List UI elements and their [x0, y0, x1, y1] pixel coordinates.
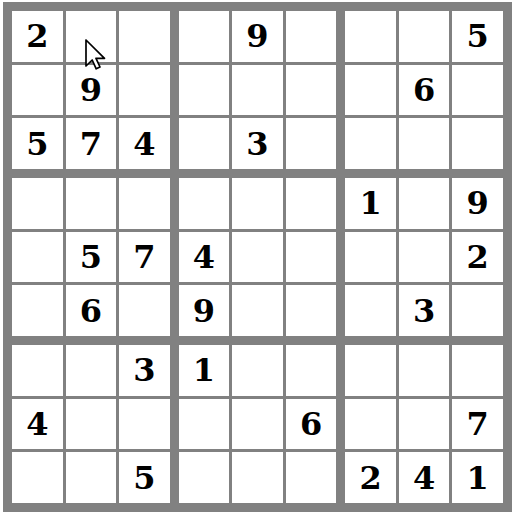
cell-r6c2[interactable]: 6	[66, 285, 117, 336]
cell-r1c2[interactable]	[66, 11, 117, 62]
cell-r3c2[interactable]: 7	[66, 118, 117, 169]
cell-r3c8[interactable]	[399, 118, 450, 169]
cell-r2c4[interactable]	[179, 65, 230, 116]
cell-r1c9[interactable]: 5	[452, 11, 503, 62]
cell-r2c8[interactable]: 6	[399, 65, 450, 116]
box-2-3: 1923	[345, 178, 503, 336]
cell-r3c7[interactable]	[345, 118, 396, 169]
cell-r8c2[interactable]	[66, 399, 117, 450]
cell-r1c6[interactable]	[286, 11, 337, 62]
cell-r2c9[interactable]	[452, 65, 503, 116]
cell-r4c2[interactable]	[66, 178, 117, 229]
cell-r4c7[interactable]: 1	[345, 178, 396, 229]
cell-r5c8[interactable]	[399, 232, 450, 283]
cell-r9c2[interactable]	[66, 452, 117, 503]
cell-r8c4[interactable]	[179, 399, 230, 450]
cell-r7c4[interactable]: 1	[179, 345, 230, 396]
cell-r5c4[interactable]: 4	[179, 232, 230, 283]
cell-r1c5[interactable]: 9	[232, 11, 283, 62]
cell-r3c9[interactable]	[452, 118, 503, 169]
box-3-1: 345	[12, 345, 170, 503]
cell-r9c1[interactable]	[12, 452, 63, 503]
cell-r1c4[interactable]	[179, 11, 230, 62]
cell-r2c7[interactable]	[345, 65, 396, 116]
cell-r6c1[interactable]	[12, 285, 63, 336]
box-1-1: 29574	[12, 11, 170, 169]
cell-r1c3[interactable]	[119, 11, 170, 62]
box-3-2: 16	[179, 345, 337, 503]
cell-r3c4[interactable]	[179, 118, 230, 169]
cell-r7c1[interactable]	[12, 345, 63, 396]
cell-r8c3[interactable]	[119, 399, 170, 450]
cell-r7c3[interactable]: 3	[119, 345, 170, 396]
cell-r1c7[interactable]	[345, 11, 396, 62]
cell-r6c9[interactable]	[452, 285, 503, 336]
cell-r2c6[interactable]	[286, 65, 337, 116]
cell-r9c7[interactable]: 2	[345, 452, 396, 503]
cell-r1c1[interactable]: 2	[12, 11, 63, 62]
cell-r3c1[interactable]: 5	[12, 118, 63, 169]
cell-r2c2[interactable]: 9	[66, 65, 117, 116]
cell-r5c2[interactable]: 5	[66, 232, 117, 283]
box-1-3: 56	[345, 11, 503, 169]
cell-r7c8[interactable]	[399, 345, 450, 396]
cell-r2c1[interactable]	[12, 65, 63, 116]
cell-r4c9[interactable]: 9	[452, 178, 503, 229]
cell-r5c3[interactable]: 7	[119, 232, 170, 283]
cell-r4c6[interactable]	[286, 178, 337, 229]
box-3-3: 7241	[345, 345, 503, 503]
cell-r9c9[interactable]: 1	[452, 452, 503, 503]
cell-r2c5[interactable]	[232, 65, 283, 116]
box-1-2: 93	[179, 11, 337, 169]
cell-r9c3[interactable]: 5	[119, 452, 170, 503]
cell-r6c8[interactable]: 3	[399, 285, 450, 336]
cell-r7c9[interactable]	[452, 345, 503, 396]
cell-r6c6[interactable]	[286, 285, 337, 336]
cell-r2c3[interactable]	[119, 65, 170, 116]
cell-r6c7[interactable]	[345, 285, 396, 336]
cell-r3c3[interactable]: 4	[119, 118, 170, 169]
cell-r4c3[interactable]	[119, 178, 170, 229]
cell-r5c1[interactable]	[12, 232, 63, 283]
cell-r6c5[interactable]	[232, 285, 283, 336]
cell-r6c4[interactable]: 9	[179, 285, 230, 336]
cell-r4c4[interactable]	[179, 178, 230, 229]
cell-r7c6[interactable]	[286, 345, 337, 396]
cell-r8c7[interactable]	[345, 399, 396, 450]
cell-r5c6[interactable]	[286, 232, 337, 283]
cell-r5c7[interactable]	[345, 232, 396, 283]
sudoku-board: 295749356576491923345167241	[3, 2, 512, 512]
cell-r3c5[interactable]: 3	[232, 118, 283, 169]
box-2-2: 49	[179, 178, 337, 336]
cell-r9c8[interactable]: 4	[399, 452, 450, 503]
cell-r8c8[interactable]	[399, 399, 450, 450]
cell-r4c1[interactable]	[12, 178, 63, 229]
cell-r8c5[interactable]	[232, 399, 283, 450]
cell-r9c5[interactable]	[232, 452, 283, 503]
cell-r8c6[interactable]: 6	[286, 399, 337, 450]
box-2-1: 576	[12, 178, 170, 336]
cell-r9c4[interactable]	[179, 452, 230, 503]
sudoku-app: 295749356576491923345167241	[0, 0, 512, 512]
cell-r7c2[interactable]	[66, 345, 117, 396]
cell-r7c7[interactable]	[345, 345, 396, 396]
cell-r5c9[interactable]: 2	[452, 232, 503, 283]
cell-r1c8[interactable]	[399, 11, 450, 62]
cell-r3c6[interactable]	[286, 118, 337, 169]
cell-r9c6[interactable]	[286, 452, 337, 503]
cell-r4c8[interactable]	[399, 178, 450, 229]
cell-r8c9[interactable]: 7	[452, 399, 503, 450]
cell-r7c5[interactable]	[232, 345, 283, 396]
cell-r4c5[interactable]	[232, 178, 283, 229]
cell-r5c5[interactable]	[232, 232, 283, 283]
cell-r6c3[interactable]	[119, 285, 170, 336]
cell-r8c1[interactable]: 4	[12, 399, 63, 450]
